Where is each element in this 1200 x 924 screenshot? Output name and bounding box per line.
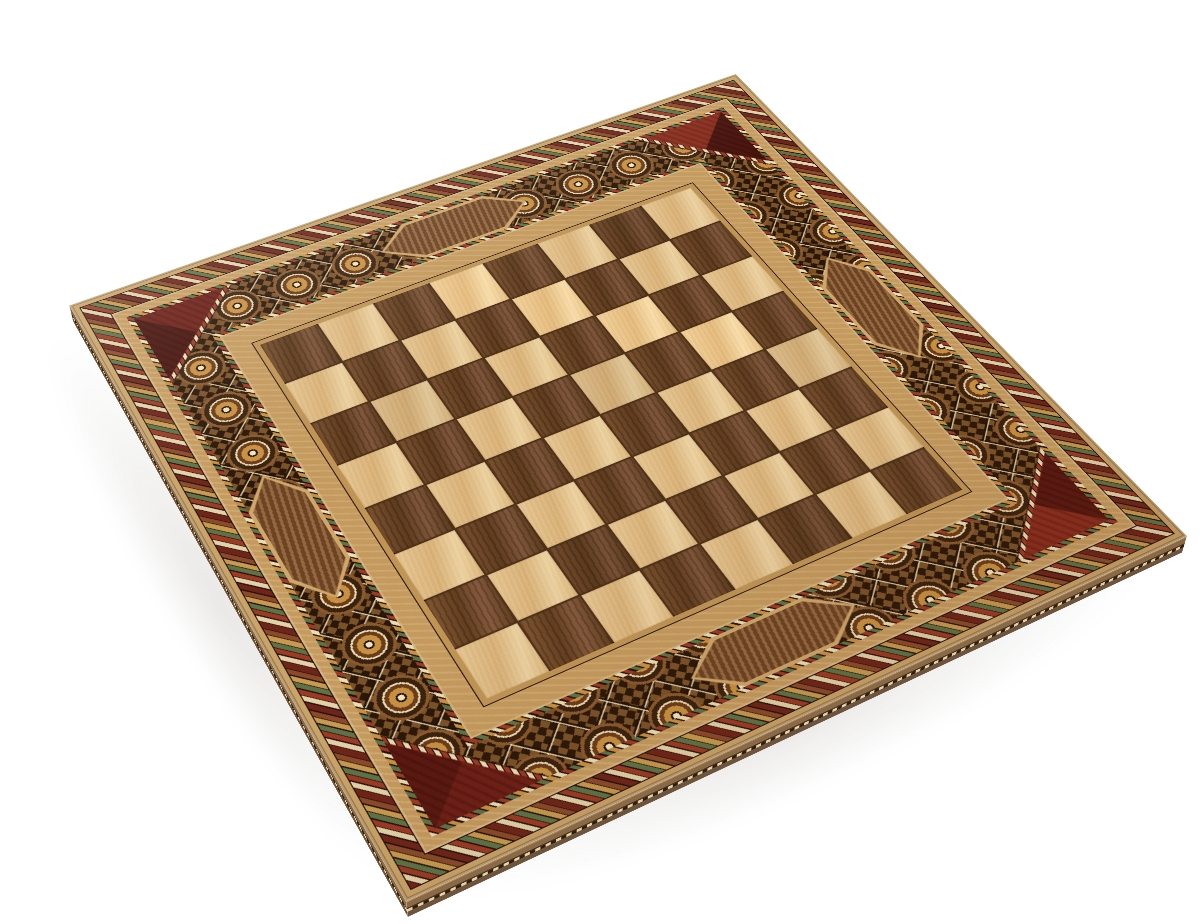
- square-h1[interactable]: [872, 448, 962, 513]
- square-a3[interactable]: [394, 530, 484, 600]
- outer-stripe-border: [79, 80, 1175, 890]
- square-f1[interactable]: [759, 496, 850, 564]
- photo-stage: [0, 0, 1200, 924]
- square-e3[interactable]: [633, 434, 721, 498]
- square-d1[interactable]: [642, 545, 734, 616]
- square-d3[interactable]: [575, 457, 663, 522]
- square-c1[interactable]: [581, 571, 674, 643]
- square-a5[interactable]: [338, 443, 424, 508]
- square-a2[interactable]: [424, 576, 516, 648]
- square-c2[interactable]: [548, 525, 639, 594]
- square-b3[interactable]: [456, 505, 545, 573]
- square-a4[interactable]: [366, 486, 454, 553]
- square-g1[interactable]: [816, 472, 907, 538]
- square-c3[interactable]: [516, 481, 605, 548]
- outer-oak-band: [110, 98, 1137, 855]
- square-f2[interactable]: [724, 453, 813, 518]
- chessboard: [252, 183, 971, 706]
- square-f3[interactable]: [690, 412, 777, 475]
- edge-octagon-bottom: [674, 582, 874, 703]
- square-h2[interactable]: [835, 407, 923, 470]
- board-top-face: [69, 74, 1187, 902]
- square-e1[interactable]: [701, 520, 793, 589]
- square-d2[interactable]: [608, 501, 698, 569]
- square-d4[interactable]: [544, 416, 630, 479]
- square-b2[interactable]: [487, 550, 578, 621]
- square-g2[interactable]: [780, 430, 869, 494]
- corner-medallion-top-left: [126, 250, 233, 389]
- chessboard-3d: [69, 74, 1187, 902]
- square-b1[interactable]: [519, 597, 612, 671]
- square-b5[interactable]: [398, 420, 483, 483]
- square-e2[interactable]: [667, 476, 757, 543]
- edge-octagon-left: [233, 464, 368, 611]
- square-a1[interactable]: [456, 623, 550, 698]
- mosaic-border: [126, 107, 1118, 837]
- inner-oak-margin: [212, 158, 1018, 746]
- square-b4[interactable]: [426, 462, 513, 528]
- square-c4[interactable]: [486, 439, 573, 503]
- corner-medallion-top-right: [632, 107, 810, 165]
